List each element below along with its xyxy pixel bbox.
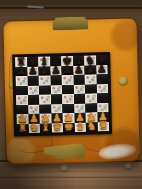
amber-queen[interactable]: ♛: [51, 122, 63, 132]
square-c7[interactable]: ♟: [38, 66, 50, 76]
square-e7[interactable]: ♟: [61, 65, 73, 75]
square-a4[interactable]: [16, 95, 28, 105]
square-e4[interactable]: [62, 94, 74, 104]
square-h7[interactable]: ♟: [96, 65, 108, 75]
dark-pawn[interactable]: ♟: [50, 65, 62, 75]
square-g5[interactable]: [85, 84, 97, 94]
table-plank-seam-top: [0, 7, 142, 9]
square-c1[interactable]: ♝: [40, 123, 52, 133]
amber-rook[interactable]: ♜: [17, 123, 29, 133]
chess-photo-scene: ♜♞♝♛♚♝♞♜♟♟♟♟♟♟♟♟♟♟♟♟♟♟♟♟♜♞♝♛♚♝♞♜: [0, 0, 142, 189]
amber-knight[interactable]: ♞: [86, 121, 98, 131]
square-c5[interactable]: [39, 85, 51, 95]
square-f5[interactable]: [73, 84, 85, 94]
square-d5[interactable]: [50, 85, 62, 95]
square-b1[interactable]: ♞: [28, 123, 40, 133]
square-c4[interactable]: [39, 95, 51, 105]
dark-pawn[interactable]: ♟: [73, 65, 85, 75]
square-e1[interactable]: ♚: [63, 122, 75, 132]
board-surface: ♜♞♝♛♚♝♞♜♟♟♟♟♟♟♟♟♟♟♟♟♟♟♟♟♜♞♝♛♚♝♞♜: [12, 52, 112, 136]
table-wood-grain-bottom: [0, 162, 142, 189]
square-f7[interactable]: ♟: [73, 65, 85, 75]
dark-pawn[interactable]: ♟: [15, 66, 27, 76]
square-d6[interactable]: [50, 75, 62, 85]
amber-king[interactable]: ♚: [63, 122, 75, 132]
square-f6[interactable]: [73, 75, 85, 85]
square-g6[interactable]: [85, 74, 97, 84]
square-d4[interactable]: [51, 94, 63, 104]
square-g7[interactable]: ♟: [84, 65, 96, 75]
square-d1[interactable]: ♛: [51, 123, 63, 133]
square-h1[interactable]: ♜: [97, 122, 109, 132]
square-g4[interactable]: [85, 93, 97, 103]
dark-pawn[interactable]: ♟: [27, 66, 39, 76]
dark-pawn[interactable]: ♟: [96, 64, 108, 74]
square-a1[interactable]: ♜: [17, 124, 29, 134]
square-b6[interactable]: [27, 76, 39, 86]
amber-bishop[interactable]: ♝: [40, 123, 52, 133]
square-g1[interactable]: ♞: [86, 122, 98, 132]
dark-pawn[interactable]: ♟: [61, 65, 73, 75]
chess-board-grid: ♜♞♝♛♚♝♞♜♟♟♟♟♟♟♟♟♟♟♟♟♟♟♟♟♜♞♝♛♚♝♞♜: [15, 55, 109, 133]
square-e5[interactable]: [62, 84, 74, 94]
brass-hinge-top: [52, 17, 88, 31]
amber-knight[interactable]: ♞: [28, 123, 40, 133]
amber-rook[interactable]: ♜: [97, 121, 109, 131]
square-f1[interactable]: ♝: [74, 122, 86, 132]
chess-box: ♜♞♝♛♚♝♞♜♟♟♟♟♟♟♟♟♟♟♟♟♟♟♟♟♜♞♝♛♚♝♞♜: [2, 17, 140, 164]
square-h6[interactable]: [96, 74, 108, 84]
dark-pawn[interactable]: ♟: [84, 64, 96, 74]
square-b7[interactable]: ♟: [27, 66, 39, 76]
square-b5[interactable]: [27, 85, 39, 95]
square-c6[interactable]: [39, 76, 51, 86]
square-b4[interactable]: [28, 95, 40, 105]
brass-medallion-right: [119, 77, 128, 85]
table-screw-left: [61, 165, 68, 171]
square-a5[interactable]: [16, 86, 28, 96]
square-f4[interactable]: [74, 94, 86, 104]
square-h4[interactable]: [97, 93, 109, 103]
amber-bishop[interactable]: ♝: [74, 122, 86, 132]
square-h5[interactable]: [96, 84, 108, 94]
square-a7[interactable]: ♟: [15, 67, 27, 77]
square-e6[interactable]: [62, 75, 74, 85]
dark-pawn[interactable]: ♟: [38, 66, 50, 76]
square-a6[interactable]: [16, 76, 28, 86]
square-d7[interactable]: ♟: [50, 66, 62, 76]
table-screw-right: [125, 163, 132, 169]
